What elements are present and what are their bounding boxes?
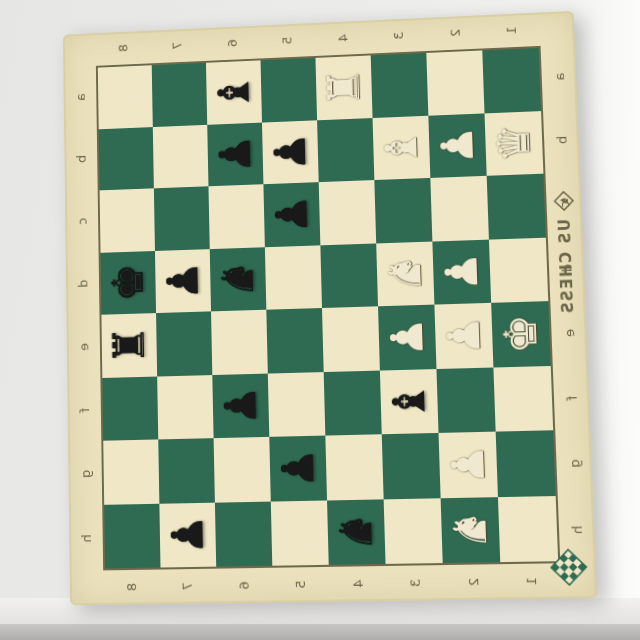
square-h8[interactable]: [104, 503, 160, 568]
playing-area: ♚♜♟♟♝♟♞♟♟♟♟♜♞♝♞♟♝♟♟♟♟♞♛♚: [96, 46, 560, 571]
rank-label-8: 8: [95, 31, 150, 66]
file-label-b: b: [64, 127, 98, 190]
square-c1[interactable]: [487, 174, 546, 239]
square-a2[interactable]: [426, 50, 484, 115]
photo-background: abcdefgh abcdefgh 87654321 87654321 ♞ US…: [0, 0, 640, 640]
square-h2[interactable]: ♞: [441, 497, 501, 563]
federation-label: US CHESS: [555, 219, 577, 315]
square-e5[interactable]: [266, 308, 323, 373]
black-pawn-h7[interactable]: ♟: [166, 514, 210, 555]
square-g1[interactable]: [496, 430, 556, 496]
square-c4[interactable]: [319, 180, 376, 245]
square-c5[interactable]: ♟: [263, 182, 320, 247]
square-h1[interactable]: [498, 496, 558, 563]
square-b6[interactable]: ♟: [207, 122, 263, 186]
black-pawn-b5[interactable]: ♟: [268, 132, 312, 172]
square-f4[interactable]: [324, 370, 382, 435]
black-knight-d6[interactable]: ♞: [216, 259, 260, 299]
file-label-g: g: [555, 430, 593, 497]
black-pawn-d7[interactable]: ♟: [161, 261, 205, 301]
svg-text:♞: ♞: [559, 196, 571, 205]
square-g8[interactable]: [103, 439, 159, 504]
black-pawn-g5[interactable]: ♟: [276, 448, 321, 489]
square-h4[interactable]: ♞: [327, 499, 385, 565]
square-h5[interactable]: [271, 500, 329, 566]
file-label-c: c: [65, 189, 99, 253]
file-label-f: f: [67, 378, 101, 442]
square-c2[interactable]: [430, 176, 489, 241]
black-rook-e8[interactable]: ♜: [107, 325, 151, 365]
squares-grid: ♚♜♟♟♝♟♞♟♟♟♟♜♞♝♞♟♝♟♟♟♟♞♛♚: [98, 48, 558, 568]
square-g5[interactable]: ♟: [269, 436, 327, 502]
file-label-e: e: [66, 315, 100, 379]
square-b2[interactable]: ♟: [428, 113, 486, 178]
black-king-d8[interactable]: ♚: [107, 262, 150, 302]
square-g6[interactable]: [214, 437, 271, 502]
square-b8[interactable]: [99, 127, 154, 191]
square-c3[interactable]: [374, 178, 432, 243]
file-label-b: b: [543, 108, 580, 173]
square-a7[interactable]: [152, 63, 207, 127]
square-e6[interactable]: [211, 310, 268, 375]
rank-label-7: 7: [159, 569, 216, 604]
square-c7[interactable]: [154, 186, 210, 250]
square-a6[interactable]: ♝: [206, 60, 262, 124]
white-knight-d3[interactable]: ♞: [383, 253, 428, 294]
square-d3[interactable]: ♞: [376, 241, 434, 306]
square-f2[interactable]: [436, 367, 495, 433]
square-h3[interactable]: [384, 498, 443, 564]
knight-diamond-icon: ♞: [552, 190, 575, 213]
white-pawn-g2[interactable]: ♟: [445, 444, 491, 485]
black-pawn-f6[interactable]: ♟: [218, 385, 263, 426]
white-knight-h2[interactable]: ♞: [447, 509, 493, 550]
rank-label-8: 8: [103, 570, 159, 605]
black-pawn-b6[interactable]: ♟: [213, 134, 257, 174]
rank-label-7: 7: [150, 28, 205, 63]
square-c8[interactable]: [100, 188, 155, 252]
black-pawn-c5[interactable]: ♟: [270, 194, 314, 234]
square-d2[interactable]: ♟: [432, 239, 491, 304]
rank-label-1: 1: [483, 13, 541, 49]
rank-label-4: 4: [315, 20, 372, 56]
black-bishop-a6[interactable]: ♝: [212, 72, 256, 112]
square-d8[interactable]: ♚: [101, 250, 157, 314]
table-edge-shadow: [0, 624, 640, 640]
square-f5[interactable]: [268, 372, 326, 437]
square-e8[interactable]: ♜: [101, 313, 157, 377]
file-label-g: g: [68, 442, 102, 507]
square-g4[interactable]: [325, 434, 383, 500]
square-g7[interactable]: [158, 438, 215, 503]
square-d6[interactable]: ♞: [210, 247, 267, 312]
rank-labels-right: 87654321: [103, 563, 561, 605]
rank-label-2: 2: [444, 564, 503, 600]
square-e4[interactable]: [322, 306, 380, 371]
square-c6[interactable]: [208, 184, 264, 248]
square-f3[interactable]: ♝: [380, 369, 439, 435]
rank-label-3: 3: [386, 565, 445, 601]
white-king-e1[interactable]: ♚: [498, 313, 544, 354]
file-label-f: f: [553, 365, 591, 431]
square-b5[interactable]: ♟: [262, 120, 319, 184]
rank-label-4: 4: [329, 566, 387, 602]
white-pawn-d2[interactable]: ♟: [439, 251, 485, 292]
rank-label-3: 3: [370, 18, 427, 54]
square-d5[interactable]: [265, 245, 322, 310]
file-label-d: d: [66, 252, 100, 316]
square-h6[interactable]: [215, 501, 272, 567]
file-label-h: h: [558, 496, 596, 563]
us-chess-branding: ♞ US CHESS: [546, 189, 586, 315]
square-d4[interactable]: [320, 243, 378, 308]
square-a5[interactable]: [261, 58, 318, 122]
vinyl-board-border: abcdefgh abcdefgh 87654321 87654321 ♞ US…: [63, 11, 597, 605]
square-e7[interactable]: [156, 311, 212, 376]
square-b3[interactable]: ♝: [373, 115, 431, 180]
square-a3[interactable]: [371, 53, 429, 118]
rank-label-6: 6: [215, 568, 272, 604]
white-rook-a4[interactable]: ♜: [322, 67, 367, 107]
white-pawn-e2[interactable]: ♟: [441, 315, 487, 356]
white-pawn-b2[interactable]: ♟: [435, 125, 481, 166]
rank-label-2: 2: [426, 15, 484, 51]
rank-label-6: 6: [204, 26, 260, 61]
file-label-a: a: [63, 66, 96, 129]
white-pawn-e3[interactable]: ♟: [384, 317, 430, 358]
file-label-a: a: [541, 44, 578, 109]
black-knight-h4[interactable]: ♞: [333, 511, 379, 552]
square-a1[interactable]: [482, 48, 541, 113]
square-e3[interactable]: ♟: [378, 305, 436, 370]
square-f6[interactable]: ♟: [212, 373, 269, 438]
square-f7[interactable]: [157, 375, 213, 440]
white-bishop-b3[interactable]: ♝: [379, 127, 424, 168]
file-label-h: h: [69, 506, 103, 571]
rank-label-1: 1: [502, 563, 562, 599]
square-d7[interactable]: ♟: [155, 249, 211, 313]
square-f1[interactable]: [493, 365, 553, 431]
square-b4[interactable]: [317, 118, 374, 183]
square-g2[interactable]: ♟: [439, 432, 498, 498]
square-e2[interactable]: ♟: [434, 303, 493, 369]
square-f8[interactable]: [102, 376, 158, 441]
white-queen-b1[interactable]: ♛: [491, 123, 537, 164]
square-h7[interactable]: ♟: [159, 502, 216, 567]
square-g3[interactable]: [382, 433, 441, 499]
chess-board: abcdefgh abcdefgh 87654321 87654321 ♞ US…: [63, 11, 597, 605]
black-bishop-f3[interactable]: ♝: [386, 381, 432, 422]
square-e1[interactable]: ♚: [491, 301, 551, 367]
square-b7[interactable]: [153, 124, 209, 188]
square-a4[interactable]: ♜: [315, 55, 372, 119]
square-a8[interactable]: [98, 65, 153, 129]
square-b1[interactable]: ♛: [484, 111, 543, 176]
rank-label-5: 5: [272, 567, 330, 603]
rank-label-5: 5: [259, 23, 315, 58]
square-d1[interactable]: [489, 237, 548, 303]
